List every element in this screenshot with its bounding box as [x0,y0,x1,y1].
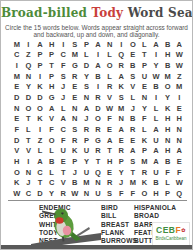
grid-cell[interactable]: C [46,178,58,189]
instructions-line2: and backward, up and down, and diagonall… [1,31,192,38]
grid-cell[interactable]: C [11,50,23,61]
bird-bill [42,211,56,216]
grid-cell[interactable]: W [104,103,116,114]
grid-cell[interactable]: A [173,146,185,157]
bird-eye [61,212,63,214]
grid-cell[interactable]: V [127,82,139,93]
grid-cell[interactable]: R [57,188,69,199]
grid-cell[interactable]: O [104,60,116,71]
grid-cell[interactable]: N [81,188,93,199]
bird-flank [63,226,71,236]
grid-cell[interactable]: T [23,135,35,146]
grid-cell[interactable]: N [104,39,116,50]
page-title: Broad-billed Tody Word Search [1,6,192,20]
word-item[interactable]: HISPANIOLA [134,204,180,212]
word-item[interactable]: FLANK [101,229,137,237]
grid-cell[interactable]: E [173,103,185,114]
grid-cell[interactable]: L [162,178,174,189]
grid-cell[interactable]: U [150,135,162,146]
grid-cell[interactable]: U [150,167,162,178]
grid-cell[interactable]: D [11,135,23,146]
grid-cell[interactable]: B [162,60,174,71]
grid-cell[interactable]: H [104,156,116,167]
grid-cell[interactable]: B [92,71,104,82]
cebf-logo-text: CEBF✿ [153,225,189,236]
grid-cell[interactable]: D [34,92,46,103]
grid-cell[interactable]: O [23,103,35,114]
grid-cell[interactable]: Q [115,50,127,61]
grid-cell[interactable]: E [115,135,127,146]
grid-cell[interactable]: M [115,103,127,114]
grid-cell[interactable]: Y [115,167,127,178]
grid-cell[interactable]: W [11,188,23,199]
grid-cell[interactable]: C [34,167,46,178]
grid-cell[interactable]: W [150,71,162,82]
grid-cell[interactable]: J [81,114,93,125]
grid-cell[interactable]: A [57,114,69,125]
grid-cell[interactable]: J [127,103,139,114]
grid-cell[interactable]: N [173,135,185,146]
grid-cell[interactable]: B [46,156,58,167]
grid-cell[interactable]: A [34,156,46,167]
grid-cell[interactable]: U [139,71,151,82]
grid-cell[interactable]: D [34,188,46,199]
grid-cell[interactable]: R [115,146,127,157]
grid-cell[interactable]: D [11,92,23,103]
grid-cell[interactable]: M [162,71,174,82]
word-item[interactable]: BILL [101,212,137,220]
grid-cell[interactable]: A [81,103,93,114]
grid-cell[interactable]: B [127,114,139,125]
grid-cell[interactable]: Y [81,156,93,167]
grid-cell[interactable]: Z [34,135,46,146]
grid-cell[interactable]: N [23,167,35,178]
grid-cell[interactable]: Y [23,82,35,93]
grid-cell[interactable]: F [11,124,23,135]
grid-cell[interactable]: Q [92,167,104,178]
instructions-line1: Circle the 15 words below. Words appear … [1,24,192,31]
grid-cell[interactable]: U [57,146,69,157]
grid-cell[interactable]: P [46,50,58,61]
instructions: Circle the 15 words below. Words appear … [1,24,192,39]
grid-cell[interactable]: J [57,92,69,103]
grid-cell[interactable]: T [127,167,139,178]
grid-cell[interactable]: T [46,60,58,71]
grid-cell[interactable]: T [57,167,69,178]
grid-cell[interactable]: P [81,39,93,50]
grid-cell[interactable]: R [69,71,81,82]
grid-cell[interactable]: D [23,92,35,103]
grid-cell[interactable]: R [92,92,104,103]
grid-cell[interactable]: H [11,156,23,167]
grid-cell[interactable]: D [92,103,104,114]
grid-cell[interactable]: V [104,92,116,103]
grid-cell[interactable]: A [34,39,46,50]
grid-cell[interactable]: U [81,167,93,178]
grid-cell[interactable]: V [11,146,23,157]
grid-cell[interactable]: N [23,71,35,82]
grid-cell[interactable]: A [127,146,139,157]
grid-cell[interactable]: J [57,82,69,93]
grid-cell[interactable]: H [46,39,58,50]
grid-cell[interactable]: A [92,60,104,71]
divider-line [8,200,187,201]
grid-cell[interactable]: R [127,124,139,135]
grid-cell[interactable]: A [150,39,162,50]
grid-cell[interactable]: M [11,71,23,82]
grid-cell[interactable]: L [104,71,116,82]
grid-cell[interactable]: E [139,82,151,93]
grid-cell[interactable]: C [57,124,69,135]
grid-cell[interactable]: M [139,156,151,167]
grid-cell[interactable]: R [92,124,104,135]
word-item[interactable]: BROAD [134,212,180,220]
grid-cell[interactable]: L [81,50,93,61]
grid-cell[interactable]: L [34,146,46,157]
grid-cell[interactable]: E [11,114,23,125]
grid-cell[interactable]: L [150,103,162,114]
grid-cell[interactable]: B [150,178,162,189]
grid-cell[interactable]: W [69,188,81,199]
grid-cell[interactable]: M [81,178,93,189]
grid-cell[interactable]: N [11,103,23,114]
grid-cell[interactable]: L [104,50,116,61]
worksheet-page: Broad-billed Tody Word Search Circle the… [0,0,193,250]
grid-cell[interactable]: U [81,146,93,157]
grid-cell[interactable]: K [139,178,151,189]
grid-cell[interactable]: N [139,92,151,103]
grid-cell[interactable]: N [162,135,174,146]
grid-cell[interactable]: I [115,39,127,50]
grid-cell[interactable]: S [127,71,139,82]
grid-cell[interactable]: Y [46,188,58,199]
grid-cell[interactable]: A [46,103,58,114]
grid-cell[interactable]: O [162,82,174,93]
grid-cell[interactable]: P [46,71,58,82]
grid-cell[interactable]: L [23,124,35,135]
grid-cell[interactable]: L [46,167,58,178]
grid-cell[interactable]: B [69,178,81,189]
grid-cell[interactable]: I [23,39,35,50]
grid-cell[interactable]: W [173,178,185,189]
grid-cell[interactable]: F [162,167,174,178]
grid-cell[interactable]: K [34,114,46,125]
logo-bird-icon: ✿ [181,227,186,233]
grid-cell[interactable]: I [173,92,185,103]
grid-cell[interactable]: T [139,50,151,61]
grid-cell[interactable]: I [57,39,69,50]
bird-throat [56,217,64,223]
grid-cell[interactable]: S [81,82,93,93]
grid-cell[interactable]: S [69,124,81,135]
grid-cell[interactable]: I [23,156,35,167]
grid-cell[interactable]: N [69,114,81,125]
grid-cell[interactable]: J [69,167,81,178]
grid-cell[interactable]: S [115,92,127,103]
grid-cell[interactable]: B [127,60,139,71]
grid-cell[interactable]: L [150,114,162,125]
grid-cell[interactable]: F [127,188,139,199]
grid-cell[interactable]: O [34,103,46,114]
grid-cell[interactable]: E [69,92,81,103]
grid-cell[interactable]: W [173,60,185,71]
cebf-logo: CEBF✿ BirdsCaribbean [152,222,190,246]
grid-cell[interactable]: L [127,92,139,103]
grid-cell[interactable]: H [162,114,174,125]
grid-cell[interactable]: I [34,124,46,135]
grid-cell[interactable]: F [57,135,69,146]
grid-cell[interactable]: R [139,167,151,178]
grid-cell[interactable]: F [173,167,185,178]
grid-cell[interactable]: P [34,50,46,61]
grid-cell[interactable]: W [173,50,185,61]
grid-cell[interactable]: A [104,135,116,146]
grid-cell[interactable]: P [69,156,81,167]
grid-cell[interactable]: S [127,156,139,167]
grid-cell[interactable]: L [46,146,58,157]
grid-cell[interactable]: L [139,39,151,50]
grid-cell[interactable]: V [46,114,58,125]
grid-cell[interactable]: Y [162,92,174,103]
grid-cell[interactable]: H [150,188,162,199]
grid-cell[interactable]: I [92,82,104,93]
grid-cell[interactable]: J [23,178,35,189]
grid-cell[interactable]: T [92,156,104,167]
grid-cell[interactable]: Y [81,71,93,82]
word-grid: MIAHISPANIOLABACZPPCMLILQETIHWIQPTFGDAOR… [11,39,185,199]
grid-cell[interactable]: G [92,135,104,146]
grid-cell[interactable]: M [127,178,139,189]
grid-cell[interactable]: P [115,156,127,167]
grid-cell[interactable]: N [173,124,185,135]
grid-cell[interactable]: R [92,146,104,157]
grid-cell[interactable]: Q [173,188,185,199]
grid-cell[interactable]: Z [173,71,185,82]
grid-cell[interactable]: P [139,60,151,71]
grid-cell[interactable]: D [81,60,93,71]
grid-cell[interactable]: R [69,135,81,146]
grid-cell[interactable]: E [127,50,139,61]
grid-cell[interactable]: O [92,114,104,125]
grid-cell[interactable]: H [46,82,58,93]
grid-cell[interactable]: K [162,103,174,114]
title-puzzle-type: Word Search [128,6,193,20]
grid-cell[interactable]: V [23,146,35,157]
grid-cell[interactable]: A [150,124,162,135]
grid-cell[interactable]: T [23,114,35,125]
grid-cell[interactable]: V [57,178,69,189]
grid-cell[interactable]: O [11,167,23,178]
grid-cell[interactable]: M [69,50,81,61]
grid-cell[interactable]: B [162,39,174,50]
grid-cell[interactable]: I [150,92,162,103]
grid-cell[interactable]: N [69,103,81,114]
grid-cell[interactable]: R [81,124,93,135]
grid-cell[interactable]: J [115,178,127,189]
grid-cell[interactable]: O [46,135,58,146]
grid-cell[interactable]: A [150,156,162,167]
grid-cell[interactable]: I [150,50,162,61]
grid-cell[interactable]: Y [150,60,162,71]
grid-cell[interactable]: E [11,82,23,93]
grid-cell[interactable]: T [34,178,46,189]
grid-cell[interactable]: I [34,71,46,82]
grid-cell[interactable]: M [173,82,185,93]
grid-cell[interactable]: P [81,135,93,146]
grid-cell[interactable]: A [115,124,127,135]
grid-cell[interactable]: Q [23,60,35,71]
grid-cell[interactable]: B [150,82,162,93]
grid-cell[interactable]: E [104,124,116,135]
title-species-part2: Tody [92,6,124,20]
word-column-2: BIRDBILLBREASTFLANKBURROWS [101,204,137,245]
grid-cell[interactable]: S [104,188,116,199]
grid-cell[interactable]: R [115,60,127,71]
grid-cell[interactable]: F [57,60,69,71]
grid-cell[interactable]: U [92,188,104,199]
grid-cell[interactable]: Y [139,103,151,114]
grid-cell[interactable]: K [11,178,23,189]
grid-cell[interactable]: I [92,50,104,61]
grid-cell[interactable]: H [162,124,174,135]
grid-cell[interactable]: S [57,71,69,82]
grid-cell[interactable]: E [69,82,81,93]
grid-cell[interactable]: P [139,146,151,157]
grid-cell[interactable]: S [69,39,81,50]
grid-cell[interactable]: A [173,39,185,50]
grid-cell[interactable]: K [115,82,127,93]
grid-cell[interactable]: A [150,146,162,157]
grid-cell[interactable]: N [115,114,127,125]
grid-cell[interactable]: M [11,39,23,50]
grid-cell[interactable]: A [115,71,127,82]
grid-cell[interactable]: E [57,156,69,167]
grid-cell[interactable]: L [57,103,69,114]
grid-cell[interactable]: K [139,135,151,146]
grid-cell[interactable]: H [173,114,185,125]
grid-cell[interactable]: A [92,39,104,50]
grid-cell[interactable]: R [104,82,116,93]
grid-cell[interactable]: G [46,92,58,103]
grid-cell[interactable]: E [104,167,116,178]
grid-cell[interactable]: N [81,92,93,103]
grid-cell[interactable]: P [162,188,174,199]
grid-cell[interactable]: F [115,188,127,199]
grid-cell[interactable]: F [104,114,116,125]
grid-cell[interactable]: O [139,188,151,199]
grid-cell[interactable]: K [69,146,81,157]
grid-cell[interactable]: E [173,156,185,167]
tody-bird-illustration [31,207,101,249]
word-item[interactable]: BIRD [101,204,137,212]
word-item[interactable]: BREAST [101,221,137,229]
grid-cell[interactable]: O [127,39,139,50]
grid-cell[interactable]: E [127,135,139,146]
grid-cell[interactable]: C [57,50,69,61]
grid-cell[interactable]: Z [23,50,35,61]
grid-cell[interactable]: I [11,60,23,71]
grid-cell[interactable]: K [34,82,46,93]
grid-cell[interactable]: G [69,60,81,71]
grid-cell[interactable]: H [162,146,174,157]
grid-cell[interactable]: F [46,124,58,135]
title-species-part1: Broad-billed [1,6,87,20]
grid-cell[interactable]: C [23,188,35,199]
grid-cell[interactable]: H [162,50,174,61]
bottom-border-strip [1,245,192,249]
cebf-logo-subtext: BirdsCaribbean [153,236,189,241]
grid-cell[interactable]: F [139,114,151,125]
grid-cell[interactable]: R [104,178,116,189]
grid-cell[interactable]: P [34,60,46,71]
grid-cell[interactable]: L [139,124,151,135]
grid-cell[interactable]: B [162,156,174,167]
grid-cell[interactable]: N [92,178,104,189]
grid-cell[interactable]: T [104,146,116,157]
